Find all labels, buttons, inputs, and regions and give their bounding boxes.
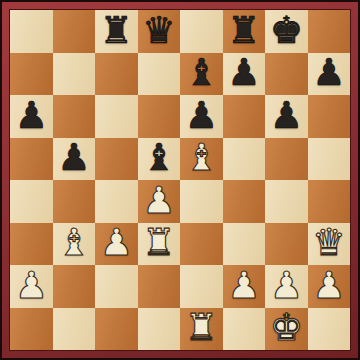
square-a7[interactable] xyxy=(10,53,53,96)
square-a2[interactable]: ♟ xyxy=(10,265,53,308)
square-c1[interactable] xyxy=(95,308,138,351)
square-e8[interactable] xyxy=(180,10,223,53)
piece-bp-e6[interactable]: ♟ xyxy=(185,97,218,134)
square-b3[interactable]: ♝ xyxy=(53,223,96,266)
square-c7[interactable] xyxy=(95,53,138,96)
square-a6[interactable]: ♟ xyxy=(10,95,53,138)
square-h7[interactable]: ♟ xyxy=(308,53,351,96)
square-b6[interactable] xyxy=(53,95,96,138)
square-g4[interactable] xyxy=(265,180,308,223)
piece-br-f8[interactable]: ♜ xyxy=(227,12,260,49)
square-a5[interactable] xyxy=(10,138,53,181)
piece-bk-g8[interactable]: ♚ xyxy=(270,12,303,49)
square-f3[interactable] xyxy=(223,223,266,266)
square-d8[interactable]: ♛ xyxy=(138,10,181,53)
square-d2[interactable] xyxy=(138,265,181,308)
square-a4[interactable] xyxy=(10,180,53,223)
square-f4[interactable] xyxy=(223,180,266,223)
piece-wq-h3[interactable]: ♛ xyxy=(312,224,345,261)
square-g5[interactable] xyxy=(265,138,308,181)
piece-bb-e7[interactable]: ♝ xyxy=(185,54,218,91)
piece-br-c8[interactable]: ♜ xyxy=(100,12,133,49)
square-h2[interactable]: ♟ xyxy=(308,265,351,308)
square-f2[interactable]: ♟ xyxy=(223,265,266,308)
piece-wp-d4[interactable]: ♟ xyxy=(142,182,175,219)
square-d7[interactable] xyxy=(138,53,181,96)
square-c3[interactable]: ♟ xyxy=(95,223,138,266)
square-e5[interactable]: ♝ xyxy=(180,138,223,181)
square-d5[interactable]: ♝ xyxy=(138,138,181,181)
square-e3[interactable] xyxy=(180,223,223,266)
square-h4[interactable] xyxy=(308,180,351,223)
piece-wp-f2[interactable]: ♟ xyxy=(227,267,260,304)
square-h5[interactable] xyxy=(308,138,351,181)
square-g6[interactable]: ♟ xyxy=(265,95,308,138)
square-g7[interactable] xyxy=(265,53,308,96)
square-h3[interactable]: ♛ xyxy=(308,223,351,266)
square-b7[interactable] xyxy=(53,53,96,96)
square-e1[interactable]: ♜ xyxy=(180,308,223,351)
square-a1[interactable] xyxy=(10,308,53,351)
square-f5[interactable] xyxy=(223,138,266,181)
piece-bp-h7[interactable]: ♟ xyxy=(312,54,345,91)
piece-wb-b3[interactable]: ♝ xyxy=(57,224,90,261)
square-d3[interactable]: ♜ xyxy=(138,223,181,266)
piece-wb-e5[interactable]: ♝ xyxy=(185,139,218,176)
piece-wp-g2[interactable]: ♟ xyxy=(270,267,303,304)
piece-bp-g6[interactable]: ♟ xyxy=(270,97,303,134)
square-d6[interactable] xyxy=(138,95,181,138)
square-g3[interactable] xyxy=(265,223,308,266)
square-h8[interactable] xyxy=(308,10,351,53)
piece-bp-a6[interactable]: ♟ xyxy=(15,97,48,134)
square-f7[interactable]: ♟ xyxy=(223,53,266,96)
square-b1[interactable] xyxy=(53,308,96,351)
square-a3[interactable] xyxy=(10,223,53,266)
piece-wr-e1[interactable]: ♜ xyxy=(185,309,218,346)
piece-wk-g1[interactable]: ♚ xyxy=(270,309,303,346)
square-g2[interactable]: ♟ xyxy=(265,265,308,308)
square-f1[interactable] xyxy=(223,308,266,351)
square-h6[interactable] xyxy=(308,95,351,138)
piece-wp-c3[interactable]: ♟ xyxy=(100,224,133,261)
square-h1[interactable] xyxy=(308,308,351,351)
square-f6[interactable] xyxy=(223,95,266,138)
square-c6[interactable] xyxy=(95,95,138,138)
square-c4[interactable] xyxy=(95,180,138,223)
square-c5[interactable] xyxy=(95,138,138,181)
square-e2[interactable] xyxy=(180,265,223,308)
square-g8[interactable]: ♚ xyxy=(265,10,308,53)
chess-board: ♜♛♜♚♝♟♟♟♟♟♟♝♝♟♝♟♜♛♟♟♟♟♜♚ xyxy=(9,9,351,351)
square-c8[interactable]: ♜ xyxy=(95,10,138,53)
piece-bb-d5[interactable]: ♝ xyxy=(142,139,175,176)
square-d1[interactable] xyxy=(138,308,181,351)
piece-bp-b5[interactable]: ♟ xyxy=(57,139,90,176)
piece-bq-d8[interactable]: ♛ xyxy=(142,12,175,49)
square-b4[interactable] xyxy=(53,180,96,223)
piece-wr-d3[interactable]: ♜ xyxy=(142,224,175,261)
square-b2[interactable] xyxy=(53,265,96,308)
square-b5[interactable]: ♟ xyxy=(53,138,96,181)
piece-bp-f7[interactable]: ♟ xyxy=(227,54,260,91)
square-e6[interactable]: ♟ xyxy=(180,95,223,138)
square-f8[interactable]: ♜ xyxy=(223,10,266,53)
square-a8[interactable] xyxy=(10,10,53,53)
piece-wp-a2[interactable]: ♟ xyxy=(15,267,48,304)
square-e7[interactable]: ♝ xyxy=(180,53,223,96)
square-g1[interactable]: ♚ xyxy=(265,308,308,351)
chess-board-frame: ♜♛♜♚♝♟♟♟♟♟♟♝♝♟♝♟♜♛♟♟♟♟♜♚ xyxy=(0,0,360,360)
piece-wp-h2[interactable]: ♟ xyxy=(312,267,345,304)
square-b8[interactable] xyxy=(53,10,96,53)
square-d4[interactable]: ♟ xyxy=(138,180,181,223)
square-c2[interactable] xyxy=(95,265,138,308)
square-e4[interactable] xyxy=(180,180,223,223)
